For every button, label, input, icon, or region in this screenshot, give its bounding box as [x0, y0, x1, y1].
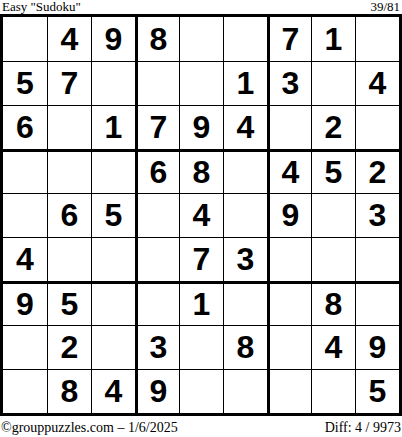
cell-r3c5: 9	[179, 105, 223, 149]
cell-r3c8: 2	[311, 105, 355, 149]
cell-r7c4	[135, 281, 179, 325]
cell-r1c5	[179, 17, 223, 61]
cell-r2c2: 7	[47, 61, 91, 105]
cell-r9c7	[267, 369, 311, 413]
cell-r4c8: 5	[311, 149, 355, 193]
cell-r8c7	[267, 325, 311, 369]
cell-r5c8	[311, 193, 355, 237]
cell-r6c7	[267, 237, 311, 281]
cell-r1c3: 9	[91, 17, 135, 61]
cell-r2c7: 3	[267, 61, 311, 105]
cell-r1c6	[223, 17, 267, 61]
cell-r2c3	[91, 61, 135, 105]
page-footer: ©grouppuzzles.com – 1/6/2025 Diff: 4 / 9…	[0, 416, 402, 436]
cell-r8c3	[91, 325, 135, 369]
cell-r9c4: 9	[135, 369, 179, 413]
cell-r3c7	[267, 105, 311, 149]
cell-r2c1: 5	[3, 61, 47, 105]
cell-r9c5	[179, 369, 223, 413]
cell-r2c8	[311, 61, 355, 105]
cell-r3c4: 7	[135, 105, 179, 149]
cell-r6c9	[355, 237, 399, 281]
cell-r1c8: 1	[311, 17, 355, 61]
difficulty-text: Diff: 4 / 9973	[325, 420, 401, 436]
cell-r5c7: 9	[267, 193, 311, 237]
cell-r6c2	[47, 237, 91, 281]
cell-r4c5: 8	[179, 149, 223, 193]
cell-r7c3	[91, 281, 135, 325]
cell-r8c5	[179, 325, 223, 369]
cell-r9c6	[223, 369, 267, 413]
cell-r1c7: 7	[267, 17, 311, 61]
cell-r6c4	[135, 237, 179, 281]
cell-r8c8: 4	[311, 325, 355, 369]
cell-r3c9	[355, 105, 399, 149]
cell-r1c9	[355, 17, 399, 61]
clue-counter: 39/81	[370, 0, 400, 14]
cell-r4c7: 4	[267, 149, 311, 193]
cell-r3c1: 6	[3, 105, 47, 149]
cell-r8c9: 9	[355, 325, 399, 369]
cell-r8c2: 2	[47, 325, 91, 369]
cell-r4c2	[47, 149, 91, 193]
cell-r7c7	[267, 281, 311, 325]
cell-r9c1	[3, 369, 47, 413]
cell-r9c8	[311, 369, 355, 413]
cell-r6c8	[311, 237, 355, 281]
cell-r3c2	[47, 105, 91, 149]
cell-r8c4: 3	[135, 325, 179, 369]
page-header: Easy "Sudoku" 39/81	[0, 0, 402, 14]
cell-r3c3: 1	[91, 105, 135, 149]
cell-r5c3: 5	[91, 193, 135, 237]
cell-r2c9: 4	[355, 61, 399, 105]
sudoku-board: 4987157134617942684526549347395182384984…	[0, 14, 402, 416]
cell-r5c1	[3, 193, 47, 237]
cell-r7c2: 5	[47, 281, 91, 325]
cell-r9c9: 5	[355, 369, 399, 413]
cell-r4c4: 6	[135, 149, 179, 193]
puzzle-title: Easy "Sudoku"	[2, 0, 81, 14]
cell-r8c1	[3, 325, 47, 369]
cell-r5c2: 6	[47, 193, 91, 237]
cell-r1c1	[3, 17, 47, 61]
cell-r4c6	[223, 149, 267, 193]
cell-r5c9: 3	[355, 193, 399, 237]
cell-r4c3	[91, 149, 135, 193]
cell-r9c2: 8	[47, 369, 91, 413]
cell-r2c6: 1	[223, 61, 267, 105]
cell-r6c3	[91, 237, 135, 281]
cell-r4c9: 2	[355, 149, 399, 193]
cell-r4c1	[3, 149, 47, 193]
cell-r8c6: 8	[223, 325, 267, 369]
cell-r6c6: 3	[223, 237, 267, 281]
cell-r7c9	[355, 281, 399, 325]
cell-r5c4	[135, 193, 179, 237]
cell-r5c6	[223, 193, 267, 237]
cell-r5c5: 4	[179, 193, 223, 237]
cell-r1c2: 4	[47, 17, 91, 61]
cell-r6c5: 7	[179, 237, 223, 281]
cell-r9c3: 4	[91, 369, 135, 413]
cell-r7c8: 8	[311, 281, 355, 325]
cell-r6c1: 4	[3, 237, 47, 281]
cell-r2c4	[135, 61, 179, 105]
copyright-text: ©grouppuzzles.com – 1/6/2025	[1, 420, 178, 436]
cell-r7c1: 9	[3, 281, 47, 325]
cell-r7c6	[223, 281, 267, 325]
cell-r3c6: 4	[223, 105, 267, 149]
cell-r1c4: 8	[135, 17, 179, 61]
cell-r7c5: 1	[179, 281, 223, 325]
cell-r2c5	[179, 61, 223, 105]
